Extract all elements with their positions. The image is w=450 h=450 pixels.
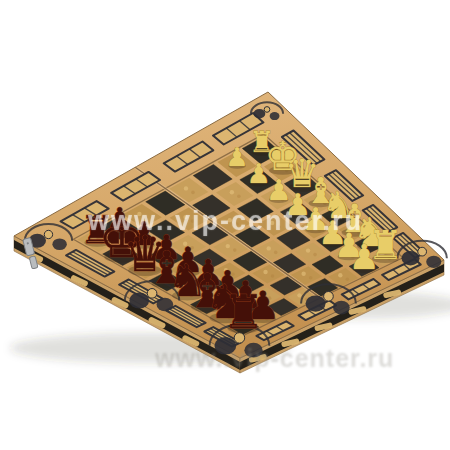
mosaic-speck [191, 191, 195, 195]
corner-medallion [214, 337, 236, 355]
corner-medallion [306, 296, 326, 312]
corner-medallion [254, 109, 266, 118]
corner-medallion [333, 301, 350, 315]
corner-medallion [402, 251, 420, 266]
corner-medallion-dot [44, 230, 52, 238]
corner-medallion-dot [418, 247, 427, 256]
mosaic-speck [263, 270, 267, 274]
mosaic-speck [191, 219, 195, 223]
mosaic-speck [274, 251, 278, 255]
mosaic-speck [235, 222, 239, 226]
piece-dark-rook[interactable]: ♜ [222, 285, 264, 339]
mosaic-speck [267, 246, 271, 250]
corner-medallion [129, 293, 149, 309]
mosaic-speck [271, 274, 275, 278]
mosaic-speck [237, 194, 241, 198]
mosaic-speck [346, 278, 350, 282]
corner-medallion-dot [324, 291, 334, 301]
mosaic-speck [277, 225, 281, 229]
corner-medallion [426, 256, 441, 268]
corner-medallion [52, 238, 66, 250]
product-photo-stage: ♜♟♚♟♛♟♝♟♞♟♟♝♜♟♟♞♟♚♜♟♟♛♟♝♟♞♟♝♟♞♟♜ www..vi… [0, 0, 450, 450]
mosaic-speck [309, 276, 313, 280]
mosaic-speck [228, 218, 232, 222]
mosaic-speck [301, 272, 305, 276]
mosaic-speck [226, 244, 230, 248]
corner-medallion [270, 112, 280, 120]
mosaic-speck [184, 186, 188, 190]
mosaic-speck [230, 190, 234, 194]
mosaic-speck [233, 248, 237, 252]
mosaic-speck [306, 248, 310, 252]
mosaic-speck [297, 293, 301, 297]
mosaic-speck [270, 221, 274, 225]
piece-light-pawn[interactable]: ♟ [226, 142, 249, 172]
mosaic-speck [183, 215, 187, 219]
mosaic-speck [313, 253, 317, 257]
piece-light-pawn[interactable]: ♟ [349, 237, 380, 277]
corner-medallion [244, 343, 262, 358]
chess-board: ♜♟♚♟♛♟♝♟♞♟♟♝♜♟♟♞♟♚♜♟♟♛♟♝♟♞♟♝♟♞♟♜ [0, 0, 450, 450]
corner-medallion-dot [264, 107, 270, 113]
mosaic-speck [338, 273, 342, 277]
